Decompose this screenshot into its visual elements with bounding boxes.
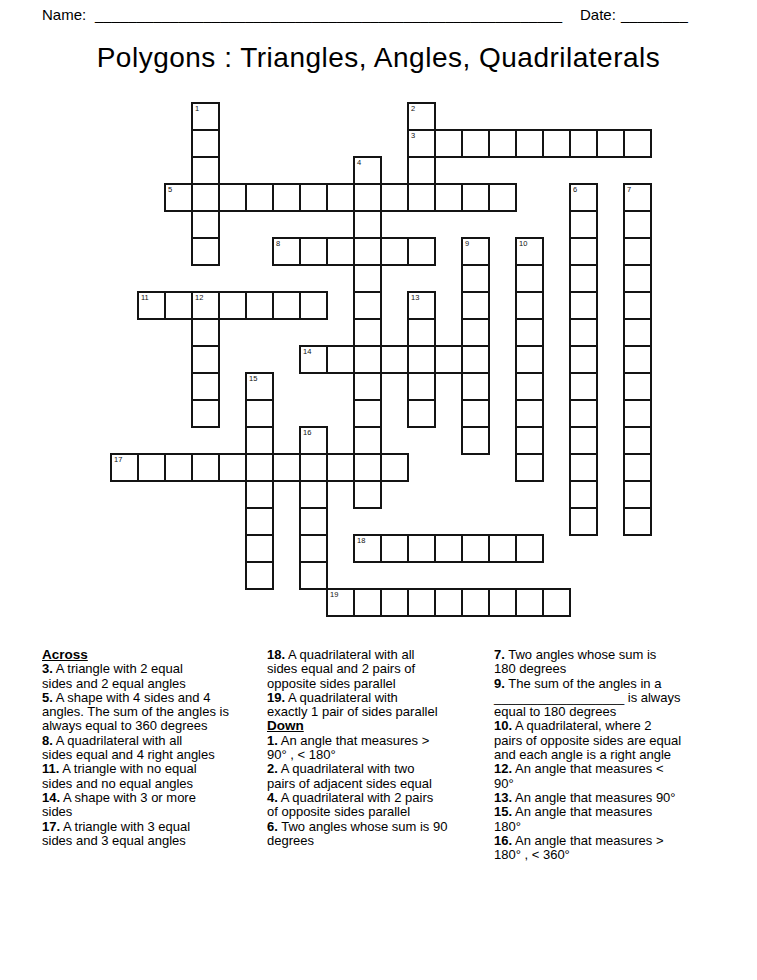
cell-number: 9: [465, 240, 469, 248]
clue-number: 14.: [42, 790, 60, 805]
grid-cell[interactable]: [353, 183, 382, 212]
grid-cell[interactable]: [461, 129, 490, 158]
cell-number: 7: [627, 186, 631, 194]
clue-text: A triangle with no equal sides and no eq…: [42, 761, 197, 790]
grid-cell[interactable]: [434, 345, 463, 374]
cell-number: 15: [249, 375, 257, 383]
grid-cell[interactable]: [515, 345, 544, 374]
clue-text: An angle that measures > 180° , < 360°: [494, 833, 663, 862]
grid-cell[interactable]: 3: [407, 129, 436, 158]
clue-number: 12.: [494, 761, 512, 776]
grid-cell[interactable]: [569, 129, 598, 158]
name-label: Name:: [42, 6, 86, 23]
grid-cell[interactable]: [272, 183, 301, 212]
grid-cell[interactable]: [218, 183, 247, 212]
grid-cell[interactable]: [569, 507, 598, 536]
clue-text: A quadrilateral with all sides equal and…: [267, 647, 415, 691]
grid-cell[interactable]: [515, 399, 544, 428]
grid-cell[interactable]: [407, 534, 436, 563]
grid-cell[interactable]: [218, 291, 247, 320]
across-clue-3: 3. A triangle with 2 equal sides and 2 e…: [42, 662, 267, 691]
across-clue-18: 18. A quadrilateral with all sides equal…: [267, 648, 494, 691]
grid-cell[interactable]: [353, 588, 382, 617]
grid-cell[interactable]: [515, 372, 544, 401]
grid-cell[interactable]: [164, 291, 193, 320]
grid-cell[interactable]: [299, 183, 328, 212]
clues-section: Across3. A triangle with 2 equal sides a…: [42, 648, 715, 862]
clue-section-heading: Across: [42, 648, 267, 662]
clue-text: An angle that measures > 90° , < 180°: [267, 733, 429, 762]
clue-text: An angle that measures 90°: [512, 790, 675, 805]
grid-cell[interactable]: [569, 210, 598, 239]
grid-cell[interactable]: [137, 453, 166, 482]
grid-cell[interactable]: [353, 372, 382, 401]
grid-cell[interactable]: [191, 183, 220, 212]
grid-cell[interactable]: 7: [623, 183, 652, 212]
grid-cell[interactable]: [272, 453, 301, 482]
grid-cell[interactable]: [569, 480, 598, 509]
crossword-grid: 35811121417181912467910131516: [110, 102, 652, 617]
clue-text: An angle that measures 180°: [494, 804, 652, 833]
grid-cell[interactable]: [515, 426, 544, 455]
grid-cell[interactable]: [191, 345, 220, 374]
clue-text: Two angles whose sum is 90 degrees: [267, 819, 447, 848]
grid-cell[interactable]: 1: [191, 102, 220, 131]
across-clue-19: 19. A quadrilateral with exactly 1 pair …: [267, 691, 494, 720]
grid-cell[interactable]: [515, 264, 544, 293]
across-clue-14: 14. A shape with 3 or more sides: [42, 791, 267, 820]
grid-cell[interactable]: 17: [110, 453, 139, 482]
cell-number: 4: [357, 159, 361, 167]
clue-text: An angle that measures < 90°: [494, 761, 663, 790]
grid-cell[interactable]: 14: [299, 345, 328, 374]
grid-cell[interactable]: [623, 480, 652, 509]
grid-cell[interactable]: [380, 453, 409, 482]
grid-cell[interactable]: [407, 156, 436, 185]
grid-cell[interactable]: [191, 372, 220, 401]
grid-cell[interactable]: [461, 264, 490, 293]
cell-number: 17: [114, 456, 122, 464]
grid-cell[interactable]: [515, 318, 544, 347]
grid-cell[interactable]: 2: [407, 102, 436, 131]
grid-cell[interactable]: [515, 534, 544, 563]
cell-number: 19: [330, 591, 338, 599]
grid-cell[interactable]: [515, 129, 544, 158]
clue-number: 18.: [267, 647, 285, 662]
grid-cell[interactable]: [245, 507, 274, 536]
grid-cell[interactable]: [299, 507, 328, 536]
grid-cell[interactable]: [623, 453, 652, 482]
clue-text: A quadrilateral with exactly 1 pair of s…: [267, 690, 438, 719]
grid-cell[interactable]: [596, 129, 625, 158]
cell-number: 2: [411, 105, 415, 113]
grid-cell[interactable]: [326, 183, 355, 212]
grid-cell[interactable]: [353, 453, 382, 482]
grid-cell[interactable]: [569, 426, 598, 455]
grid-cell[interactable]: 10: [515, 237, 544, 266]
grid-cell[interactable]: [353, 291, 382, 320]
grid-cell[interactable]: [191, 453, 220, 482]
grid-cell[interactable]: [569, 237, 598, 266]
grid-cell[interactable]: [623, 264, 652, 293]
grid-cell[interactable]: [299, 561, 328, 590]
grid-cell[interactable]: [488, 183, 517, 212]
grid-cell[interactable]: [623, 237, 652, 266]
grid-cell[interactable]: [461, 345, 490, 374]
clue-number: 4.: [267, 790, 278, 805]
grid-cell[interactable]: [191, 399, 220, 428]
grid-cell[interactable]: [461, 426, 490, 455]
down-clue-1: 1. An angle that measures > 90° , < 180°: [267, 734, 494, 763]
grid-cell[interactable]: [380, 237, 409, 266]
cell-number: 14: [303, 348, 311, 356]
worksheet-page: Name: __________________________________…: [0, 0, 757, 980]
page-title: Polygons : Triangles, Angles, Quadrilate…: [0, 42, 757, 74]
grid-cell[interactable]: [245, 561, 274, 590]
clue-number: 2.: [267, 761, 278, 776]
grid-cell[interactable]: [488, 588, 517, 617]
grid-cell[interactable]: [461, 588, 490, 617]
grid-cell[interactable]: [623, 372, 652, 401]
grid-cell[interactable]: [542, 129, 571, 158]
grid-cell[interactable]: [461, 318, 490, 347]
grid-cell[interactable]: [569, 291, 598, 320]
grid-cell[interactable]: [569, 264, 598, 293]
grid-cell[interactable]: [191, 318, 220, 347]
grid-cell[interactable]: [623, 345, 652, 374]
grid-cell[interactable]: [353, 264, 382, 293]
grid-cell[interactable]: [623, 210, 652, 239]
date-label: Date:: [580, 6, 616, 23]
grid-cell[interactable]: [461, 291, 490, 320]
cell-number: 6: [573, 186, 577, 194]
clue-section-heading: Down: [267, 719, 494, 733]
grid-cell[interactable]: [164, 453, 193, 482]
grid-cell[interactable]: [272, 291, 301, 320]
down-clue-10: 10. A quadrilateral, where 2 pairs of op…: [494, 719, 715, 762]
grid-cell[interactable]: 13: [407, 291, 436, 320]
clue-column-down: 7. Two angles whose sum is 180 degrees9.…: [494, 648, 715, 862]
grid-cell[interactable]: 15: [245, 372, 274, 401]
down-clue-15: 15. An angle that measures 180°: [494, 805, 715, 834]
grid-cell[interactable]: [623, 291, 652, 320]
grid-cell[interactable]: [407, 588, 436, 617]
cell-number: 16: [303, 429, 311, 437]
grid-cell[interactable]: [245, 399, 274, 428]
grid-cell[interactable]: [353, 345, 382, 374]
grid-cell[interactable]: [299, 237, 328, 266]
grid-cell[interactable]: [245, 534, 274, 563]
grid-cell[interactable]: [353, 480, 382, 509]
grid-cell[interactable]: [245, 291, 274, 320]
grid-cell[interactable]: [353, 210, 382, 239]
clue-text: A shape with 4 sides and 4 angles. The s…: [42, 690, 229, 734]
grid-cell[interactable]: [623, 507, 652, 536]
grid-cell[interactable]: [245, 453, 274, 482]
cell-number: 11: [141, 294, 149, 302]
down-clue-2: 2. A quadrilateral with two pairs of adj…: [267, 762, 494, 791]
grid-cell[interactable]: 18: [353, 534, 382, 563]
clue-text: A quadrilateral with 2 pairs of opposite…: [267, 790, 433, 819]
grid-cell[interactable]: [461, 372, 490, 401]
clue-number: 11.: [42, 761, 59, 776]
grid-cell[interactable]: [569, 318, 598, 347]
clue-text: A quadrilateral with all sides equal and…: [42, 733, 215, 762]
clue-number: 10.: [494, 718, 512, 733]
clue-number: 5.: [42, 690, 53, 705]
grid-cell[interactable]: [326, 237, 355, 266]
down-clue-12: 12. An angle that measures < 90°: [494, 762, 715, 791]
grid-cell[interactable]: [461, 183, 490, 212]
across-clue-11: 11. A triangle with no equal sides and n…: [42, 762, 267, 791]
clue-number: 8.: [42, 733, 53, 748]
grid-cell[interactable]: [407, 183, 436, 212]
grid-cell[interactable]: 19: [326, 588, 355, 617]
grid-cell[interactable]: [434, 534, 463, 563]
grid-cell[interactable]: [623, 399, 652, 428]
cell-number: 1: [195, 105, 199, 113]
grid-cell[interactable]: [191, 210, 220, 239]
grid-cell[interactable]: [407, 399, 436, 428]
grid-cell[interactable]: [407, 345, 436, 374]
clue-number: 7.: [494, 647, 505, 662]
clue-text: A triangle with 3 equal sides and 3 equa…: [42, 819, 190, 848]
clue-number: 3.: [42, 661, 53, 676]
grid-cell[interactable]: [191, 237, 220, 266]
cell-number: 13: [411, 294, 419, 302]
date-blank-line: ________: [621, 6, 688, 23]
grid-cell[interactable]: 8: [272, 237, 301, 266]
grid-cell[interactable]: [353, 318, 382, 347]
name-blank-line: ________________________________________…: [95, 6, 562, 23]
grid-cell[interactable]: [569, 399, 598, 428]
grid-cell[interactable]: 6: [569, 183, 598, 212]
grid-cell[interactable]: [353, 237, 382, 266]
grid-cell[interactable]: [299, 480, 328, 509]
grid-cell[interactable]: [623, 318, 652, 347]
grid-cell[interactable]: [569, 372, 598, 401]
down-clue-6: 6. Two angles whose sum is 90 degrees: [267, 820, 494, 849]
cell-number: 5: [168, 186, 172, 194]
clue-number: 17.: [42, 819, 60, 834]
grid-cell[interactable]: [515, 453, 544, 482]
down-clue-9: 9. The sum of the angles in a __________…: [494, 677, 715, 720]
grid-cell[interactable]: [407, 237, 436, 266]
clue-text: The sum of the angles in a _____________…: [494, 676, 681, 720]
grid-cell[interactable]: [353, 399, 382, 428]
grid-cell[interactable]: [461, 399, 490, 428]
clue-number: 19.: [267, 690, 285, 705]
grid-cell[interactable]: [407, 372, 436, 401]
grid-cell[interactable]: [299, 291, 328, 320]
grid-cell[interactable]: 11: [137, 291, 166, 320]
grid-cell[interactable]: [380, 183, 409, 212]
cell-number: 12: [195, 294, 203, 302]
clue-number: 6.: [267, 819, 278, 834]
cell-number: 18: [357, 537, 365, 545]
grid-cell[interactable]: 12: [191, 291, 220, 320]
grid-cell[interactable]: [299, 534, 328, 563]
grid-cell[interactable]: [434, 183, 463, 212]
grid-cell[interactable]: [542, 588, 571, 617]
grid-cell[interactable]: [515, 588, 544, 617]
cell-number: 3: [411, 132, 415, 140]
grid-cell[interactable]: [434, 588, 463, 617]
grid-cell[interactable]: [326, 345, 355, 374]
grid-cell[interactable]: 9: [461, 237, 490, 266]
grid-cell[interactable]: [191, 129, 220, 158]
grid-cell[interactable]: 4: [353, 156, 382, 185]
grid-cell[interactable]: [218, 453, 247, 482]
grid-cell[interactable]: [434, 129, 463, 158]
clue-number: 16.: [494, 833, 512, 848]
cell-number: 8: [276, 240, 280, 248]
clue-number: 9.: [494, 676, 505, 691]
clue-number: 15.: [494, 804, 512, 819]
down-clue-13: 13. An angle that measures 90°: [494, 791, 715, 805]
grid-cell[interactable]: [623, 129, 652, 158]
clue-number: 13.: [494, 790, 512, 805]
grid-cell[interactable]: [407, 318, 436, 347]
grid-cell[interactable]: [353, 426, 382, 455]
clue-text: Two angles whose sum is 180 degrees: [494, 647, 656, 676]
grid-cell[interactable]: [245, 426, 274, 455]
grid-cell[interactable]: [299, 453, 328, 482]
down-clue-4: 4. A quadrilateral with 2 pairs of oppos…: [267, 791, 494, 820]
clue-text: A quadrilateral with two pairs of adjace…: [267, 761, 432, 790]
grid-cell[interactable]: [245, 480, 274, 509]
grid-cell[interactable]: [569, 345, 598, 374]
clue-column-across: Across3. A triangle with 2 equal sides a…: [42, 648, 267, 862]
grid-cell[interactable]: [326, 453, 355, 482]
across-clue-5: 5. A shape with 4 sides and 4 angles. Th…: [42, 691, 267, 734]
grid-cell[interactable]: [461, 534, 490, 563]
grid-cell[interactable]: [623, 426, 652, 455]
clue-text: A quadrilateral, where 2 pairs of opposi…: [494, 718, 681, 762]
across-clue-8: 8. A quadrilateral with all sides equal …: [42, 734, 267, 763]
grid-cell[interactable]: [380, 588, 409, 617]
grid-cell[interactable]: [380, 345, 409, 374]
cell-number: 10: [519, 240, 527, 248]
grid-cell[interactable]: [488, 534, 517, 563]
clue-number: 1.: [267, 733, 278, 748]
grid-cell[interactable]: [245, 183, 274, 212]
grid-cell[interactable]: [488, 129, 517, 158]
grid-cell[interactable]: [515, 291, 544, 320]
clue-column-middle: 18. A quadrilateral with all sides equal…: [267, 648, 494, 862]
grid-cell[interactable]: [380, 534, 409, 563]
clue-text: A shape with 3 or more sides: [42, 790, 196, 819]
grid-cell[interactable]: 5: [164, 183, 193, 212]
grid-cell[interactable]: [191, 156, 220, 185]
down-clue-16: 16. An angle that measures > 180° , < 36…: [494, 834, 715, 863]
grid-cell[interactable]: [569, 453, 598, 482]
down-clue-7: 7. Two angles whose sum is 180 degrees: [494, 648, 715, 677]
clue-text: A triangle with 2 equal sides and 2 equa…: [42, 661, 186, 690]
grid-cell[interactable]: 16: [299, 426, 328, 455]
across-clue-17: 17. A triangle with 3 equal sides and 3 …: [42, 820, 267, 849]
